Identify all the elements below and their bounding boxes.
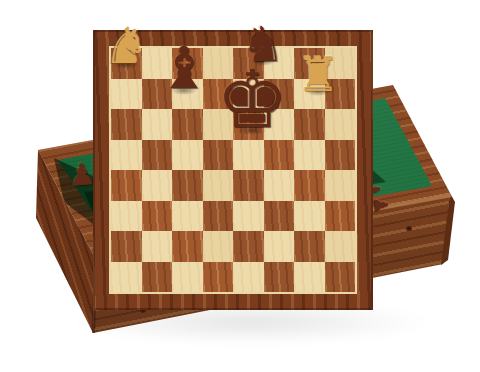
board-square[interactable]	[233, 262, 264, 293]
board-square[interactable]	[172, 201, 203, 232]
wood-knot	[406, 226, 412, 231]
board-square[interactable]	[111, 109, 142, 140]
board-inner-border	[109, 46, 357, 294]
board-square[interactable]	[294, 170, 325, 201]
board-square[interactable]	[233, 231, 264, 262]
board-square[interactable]	[233, 109, 264, 140]
board-square[interactable]	[264, 231, 295, 262]
board-square[interactable]	[142, 79, 173, 110]
board-square[interactable]	[111, 79, 142, 110]
board-square[interactable]	[325, 109, 356, 140]
piece-dark-pawn-lying-6[interactable]: ♟	[371, 196, 390, 214]
board-square[interactable]	[172, 79, 203, 110]
board-square[interactable]	[325, 262, 356, 293]
board-square[interactable]	[325, 48, 356, 79]
board-square[interactable]	[264, 109, 295, 140]
board-square[interactable]	[294, 201, 325, 232]
board-square[interactable]	[233, 170, 264, 201]
board-square[interactable]	[142, 109, 173, 140]
board-square[interactable]	[172, 170, 203, 201]
board-square[interactable]	[294, 231, 325, 262]
board-square[interactable]	[203, 140, 234, 171]
board-square[interactable]	[172, 231, 203, 262]
board-square[interactable]	[111, 170, 142, 201]
board-square[interactable]	[264, 48, 295, 79]
board-square[interactable]	[172, 140, 203, 171]
board-square[interactable]	[111, 48, 142, 79]
board-square[interactable]	[294, 79, 325, 110]
board-square[interactable]	[142, 231, 173, 262]
board-square[interactable]	[264, 262, 295, 293]
board-square[interactable]	[233, 140, 264, 171]
board-square[interactable]	[142, 140, 173, 171]
board-square[interactable]	[172, 109, 203, 140]
board-square[interactable]	[142, 170, 173, 201]
board-square[interactable]	[325, 231, 356, 262]
board-square[interactable]	[111, 231, 142, 262]
board-square[interactable]	[111, 140, 142, 171]
board-square[interactable]	[294, 48, 325, 79]
board-square[interactable]	[264, 170, 295, 201]
board-square[interactable]	[203, 109, 234, 140]
board-square[interactable]	[203, 201, 234, 232]
board-frame	[93, 30, 373, 310]
board-square[interactable]	[142, 48, 173, 79]
board-square[interactable]	[142, 201, 173, 232]
board-square[interactable]	[325, 79, 356, 110]
board-square[interactable]	[203, 48, 234, 79]
board-square[interactable]	[325, 170, 356, 201]
board-square[interactable]	[203, 262, 234, 293]
board-square[interactable]	[233, 48, 264, 79]
board-square[interactable]	[264, 79, 295, 110]
chess-board	[93, 30, 373, 310]
board-square[interactable]	[233, 79, 264, 110]
product-photo: ♞♝♞♟♟♟♟♟♟♟♜♟♟♟♟♟ ♞♝♞♚♜	[0, 0, 480, 372]
board-square[interactable]	[203, 79, 234, 110]
board-square[interactable]	[203, 231, 234, 262]
board-square[interactable]	[172, 48, 203, 79]
board-square[interactable]	[203, 170, 234, 201]
board-square[interactable]	[325, 201, 356, 232]
board-square[interactable]	[294, 140, 325, 171]
board-square[interactable]	[294, 109, 325, 140]
board-square[interactable]	[264, 201, 295, 232]
board-square[interactable]	[111, 262, 142, 293]
board-square[interactable]	[142, 262, 173, 293]
board-square[interactable]	[264, 140, 295, 171]
board-square[interactable]	[172, 262, 203, 293]
board-grid	[111, 48, 355, 292]
board-square[interactable]	[294, 262, 325, 293]
board-square[interactable]	[233, 201, 264, 232]
board-square[interactable]	[325, 140, 356, 171]
board-square[interactable]	[111, 201, 142, 232]
